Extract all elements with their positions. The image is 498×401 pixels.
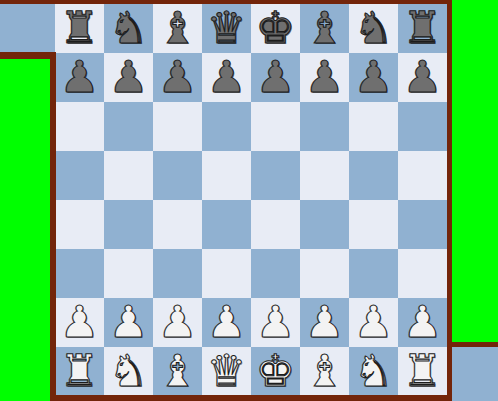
square-h5[interactable] — [398, 151, 447, 200]
board-frame-top-left-strip — [0, 52, 56, 59]
piece-white-pawn[interactable]: ♟ — [207, 297, 246, 346]
square-g7[interactable]: ♟ — [349, 53, 398, 102]
square-d2[interactable]: ♟ — [202, 298, 251, 347]
square-e6[interactable] — [251, 102, 300, 151]
square-h4[interactable] — [398, 200, 447, 249]
square-a2[interactable]: ♟ — [55, 298, 104, 347]
square-c4[interactable] — [153, 200, 202, 249]
piece-black-pawn[interactable]: ♟ — [158, 52, 197, 101]
board-frame-top — [0, 0, 452, 4]
square-f2[interactable]: ♟ — [300, 298, 349, 347]
square-b6[interactable] — [104, 102, 153, 151]
square-c5[interactable] — [153, 151, 202, 200]
piece-black-pawn[interactable]: ♟ — [207, 52, 246, 101]
square-h2[interactable]: ♟ — [398, 298, 447, 347]
square-h7[interactable]: ♟ — [398, 53, 447, 102]
square-g4[interactable] — [349, 200, 398, 249]
piece-white-queen[interactable]: ♛ — [207, 346, 246, 395]
square-b5[interactable] — [104, 151, 153, 200]
piece-black-pawn[interactable]: ♟ — [305, 52, 344, 101]
square-c6[interactable] — [153, 102, 202, 151]
square-g5[interactable] — [349, 151, 398, 200]
square-g2[interactable]: ♟ — [349, 298, 398, 347]
square-b8[interactable]: ♞ — [104, 4, 153, 53]
square-e3[interactable] — [251, 249, 300, 298]
square-a3[interactable] — [55, 249, 104, 298]
square-a4[interactable] — [55, 200, 104, 249]
square-f3[interactable] — [300, 249, 349, 298]
square-a5[interactable] — [55, 151, 104, 200]
piece-black-knight[interactable]: ♞ — [109, 3, 148, 52]
square-h6[interactable] — [398, 102, 447, 151]
square-f8[interactable]: ♝ — [300, 4, 349, 53]
extra-square-top-left — [0, 4, 55, 52]
square-d8[interactable]: ♛ — [202, 4, 251, 53]
square-c3[interactable] — [153, 249, 202, 298]
piece-black-pawn[interactable]: ♟ — [354, 52, 393, 101]
square-d4[interactable] — [202, 200, 251, 249]
piece-black-bishop[interactable]: ♝ — [305, 3, 344, 52]
square-e7[interactable]: ♟ — [251, 53, 300, 102]
square-f1[interactable]: ♝ — [300, 347, 349, 396]
piece-black-pawn[interactable]: ♟ — [109, 52, 148, 101]
square-d6[interactable] — [202, 102, 251, 151]
piece-white-pawn[interactable]: ♟ — [60, 297, 99, 346]
piece-white-bishop[interactable]: ♝ — [158, 346, 197, 395]
square-g8[interactable]: ♞ — [349, 4, 398, 53]
square-c7[interactable]: ♟ — [153, 53, 202, 102]
piece-white-pawn[interactable]: ♟ — [403, 297, 442, 346]
square-f4[interactable] — [300, 200, 349, 249]
square-h8[interactable]: ♜ — [398, 4, 447, 53]
square-c8[interactable]: ♝ — [153, 4, 202, 53]
square-b2[interactable]: ♟ — [104, 298, 153, 347]
piece-white-rook[interactable]: ♜ — [60, 346, 99, 395]
square-a1[interactable]: ♜ — [55, 347, 104, 396]
extra-square-bottom-right — [452, 347, 498, 401]
square-f5[interactable] — [300, 151, 349, 200]
piece-black-bishop[interactable]: ♝ — [158, 3, 197, 52]
square-d7[interactable]: ♟ — [202, 53, 251, 102]
square-e1[interactable]: ♚ — [251, 347, 300, 396]
piece-black-rook[interactable]: ♜ — [403, 3, 442, 52]
board-frame-right — [447, 0, 452, 401]
square-d5[interactable] — [202, 151, 251, 200]
chess-board[interactable]: ♜♞♝♛♚♝♞♜♟♟♟♟♟♟♟♟♟♟♟♟♟♟♟♟♜♞♝♛♚♝♞♜ — [55, 4, 447, 396]
square-a7[interactable]: ♟ — [55, 53, 104, 102]
square-f6[interactable] — [300, 102, 349, 151]
piece-black-queen[interactable]: ♛ — [207, 3, 246, 52]
square-e8[interactable]: ♚ — [251, 4, 300, 53]
board-frame-left — [50, 52, 56, 401]
square-d1[interactable]: ♛ — [202, 347, 251, 396]
square-e4[interactable] — [251, 200, 300, 249]
square-b3[interactable] — [104, 249, 153, 298]
piece-black-king[interactable]: ♚ — [256, 3, 295, 52]
board-frame-bottom — [50, 395, 452, 401]
square-b1[interactable]: ♞ — [104, 347, 153, 396]
piece-white-pawn[interactable]: ♟ — [256, 297, 295, 346]
square-b4[interactable] — [104, 200, 153, 249]
square-g3[interactable] — [349, 249, 398, 298]
piece-black-pawn[interactable]: ♟ — [60, 52, 99, 101]
piece-white-pawn[interactable]: ♟ — [109, 297, 148, 346]
piece-white-rook[interactable]: ♜ — [403, 346, 442, 395]
square-c2[interactable]: ♟ — [153, 298, 202, 347]
square-g6[interactable] — [349, 102, 398, 151]
desktop-background: ♜♞♝♛♚♝♞♜♟♟♟♟♟♟♟♟♟♟♟♟♟♟♟♟♜♞♝♛♚♝♞♜ — [0, 0, 498, 401]
square-f7[interactable]: ♟ — [300, 53, 349, 102]
square-a6[interactable] — [55, 102, 104, 151]
square-b7[interactable]: ♟ — [104, 53, 153, 102]
square-d3[interactable] — [202, 249, 251, 298]
square-c1[interactable]: ♝ — [153, 347, 202, 396]
piece-white-pawn[interactable]: ♟ — [158, 297, 197, 346]
piece-black-pawn[interactable]: ♟ — [256, 52, 295, 101]
piece-white-bishop[interactable]: ♝ — [305, 346, 344, 395]
piece-white-knight[interactable]: ♞ — [354, 346, 393, 395]
piece-black-knight[interactable]: ♞ — [354, 3, 393, 52]
square-h3[interactable] — [398, 249, 447, 298]
piece-white-knight[interactable]: ♞ — [109, 346, 148, 395]
piece-white-pawn[interactable]: ♟ — [354, 297, 393, 346]
square-a8[interactable]: ♜ — [55, 4, 104, 53]
square-e2[interactable]: ♟ — [251, 298, 300, 347]
square-e5[interactable] — [251, 151, 300, 200]
piece-white-pawn[interactable]: ♟ — [305, 297, 344, 346]
piece-white-king[interactable]: ♚ — [256, 346, 295, 395]
square-g1[interactable]: ♞ — [349, 347, 398, 396]
board-frame-bottom-right-strip — [452, 342, 498, 347]
piece-black-pawn[interactable]: ♟ — [403, 52, 442, 101]
piece-black-rook[interactable]: ♜ — [60, 3, 99, 52]
square-h1[interactable]: ♜ — [398, 347, 447, 396]
